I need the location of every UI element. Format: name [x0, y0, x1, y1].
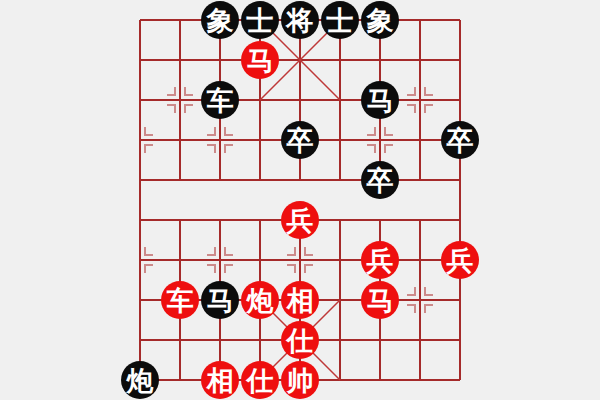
red-horse[interactable]: 马	[361, 281, 399, 319]
red-horse[interactable]: 马	[241, 41, 279, 79]
red-soldier[interactable]: 兵	[441, 241, 479, 279]
red-advisor[interactable]: 仕	[241, 361, 279, 399]
black-soldier[interactable]: 卒	[281, 121, 319, 159]
red-soldier[interactable]: 兵	[361, 241, 399, 279]
black-horse[interactable]: 马	[361, 81, 399, 119]
black-soldier[interactable]: 卒	[361, 161, 399, 199]
black-advisor[interactable]: 士	[321, 1, 359, 39]
red-advisor[interactable]: 仕	[281, 321, 319, 359]
red-soldier[interactable]: 兵	[281, 201, 319, 239]
black-chariot[interactable]: 车	[201, 81, 239, 119]
black-elephant[interactable]: 象	[361, 1, 399, 39]
xiangqi-diagram: 象士将士象马车马卒卒卒兵兵兵车马炮相马仕炮相仕帅	[0, 0, 600, 400]
red-cannon[interactable]: 炮	[241, 281, 279, 319]
black-elephant[interactable]: 象	[201, 1, 239, 39]
black-cannon[interactable]: 炮	[121, 361, 159, 399]
red-elephant[interactable]: 相	[281, 281, 319, 319]
black-soldier[interactable]: 卒	[441, 121, 479, 159]
red-elephant[interactable]: 相	[201, 361, 239, 399]
pieces-layer: 象士将士象马车马卒卒卒兵兵兵车马炮相马仕炮相仕帅	[0, 0, 600, 400]
red-general[interactable]: 帅	[281, 361, 319, 399]
black-horse[interactable]: 马	[201, 281, 239, 319]
red-chariot[interactable]: 车	[161, 281, 199, 319]
black-general[interactable]: 将	[281, 1, 319, 39]
black-advisor[interactable]: 士	[241, 1, 279, 39]
